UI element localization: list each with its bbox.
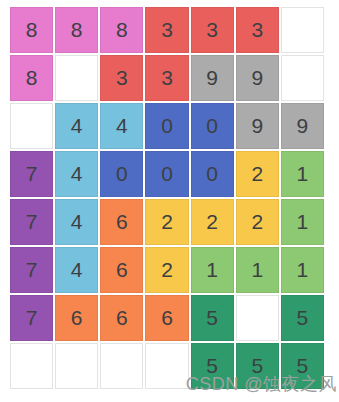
grid-cell-r3c3: 4 — [100, 103, 143, 149]
grid-cell-r1c7 — [281, 7, 324, 53]
grid-cell-r3c6: 9 — [236, 103, 279, 149]
grid-cell-r3c4: 0 — [145, 103, 188, 149]
grid-cell-r8c2 — [55, 343, 98, 389]
grid-cell-r8c5: 5 — [191, 343, 234, 389]
grid-cell-r2c2 — [55, 55, 98, 101]
grid-cell-r4c2: 4 — [55, 151, 98, 197]
grid-cell-r1c2: 8 — [55, 7, 98, 53]
grid-cell-r8c3 — [100, 343, 143, 389]
grid-cell-r8c1 — [10, 343, 53, 389]
grid-cell-r2c5: 9 — [191, 55, 234, 101]
grid-cell-r6c5: 1 — [191, 247, 234, 293]
grid-cell-r2c7 — [281, 55, 324, 101]
grid-cell-r2c3: 3 — [100, 55, 143, 101]
grid-cell-r1c1: 8 — [10, 7, 53, 53]
grid-cell-r2c1: 8 — [10, 55, 53, 101]
grid-cell-r7c3: 6 — [100, 295, 143, 341]
grid-cell-r1c4: 3 — [145, 7, 188, 53]
grid-cell-r3c7: 9 — [281, 103, 324, 149]
grid-cell-r6c6: 1 — [236, 247, 279, 293]
grid-cell-r5c4: 2 — [145, 199, 188, 245]
grid-cell-r6c2: 4 — [55, 247, 98, 293]
grid-cell-r3c1 — [10, 103, 53, 149]
grid-cell-r8c6: 5 — [236, 343, 279, 389]
grid-cell-r6c3: 6 — [100, 247, 143, 293]
grid-cell-r6c7: 1 — [281, 247, 324, 293]
grid-cell-r7c4: 6 — [145, 295, 188, 341]
grid-cell-r4c1: 7 — [10, 151, 53, 197]
grid-cell-r4c4: 0 — [145, 151, 188, 197]
grid-cell-r5c6: 2 — [236, 199, 279, 245]
grid-cell-r6c1: 7 — [10, 247, 53, 293]
grid-cell-r8c4 — [145, 343, 188, 389]
grid-cell-r3c5: 0 — [191, 103, 234, 149]
grid-cell-r5c3: 6 — [100, 199, 143, 245]
grid-cell-r4c7: 1 — [281, 151, 324, 197]
grid-cell-r2c6: 9 — [236, 55, 279, 101]
grid-cell-r1c6: 3 — [236, 7, 279, 53]
grid-cell-r7c2: 6 — [55, 295, 98, 341]
grid-cell-r7c5: 5 — [191, 295, 234, 341]
grid-cell-r8c7: 5 — [281, 343, 324, 389]
grid-cell-r4c3: 0 — [100, 151, 143, 197]
grid-cell-r7c1: 7 — [10, 295, 53, 341]
grid-cell-r4c5: 0 — [191, 151, 234, 197]
grid-cell-r1c5: 3 — [191, 7, 234, 53]
number-grid-board: 8883338339944009974000217462221746211176… — [10, 7, 324, 389]
grid-cell-r5c7: 1 — [281, 199, 324, 245]
grid-cell-r5c5: 2 — [191, 199, 234, 245]
grid-cell-r2c4: 3 — [145, 55, 188, 101]
grid-cell-r4c6: 2 — [236, 151, 279, 197]
grid-cell-r7c7: 5 — [281, 295, 324, 341]
grid-cell-r6c4: 2 — [145, 247, 188, 293]
grid-cell-r1c3: 8 — [100, 7, 143, 53]
grid-cell-r5c1: 7 — [10, 199, 53, 245]
grid-cell-r3c2: 4 — [55, 103, 98, 149]
grid-cell-r5c2: 4 — [55, 199, 98, 245]
grid-cell-r7c6 — [236, 295, 279, 341]
